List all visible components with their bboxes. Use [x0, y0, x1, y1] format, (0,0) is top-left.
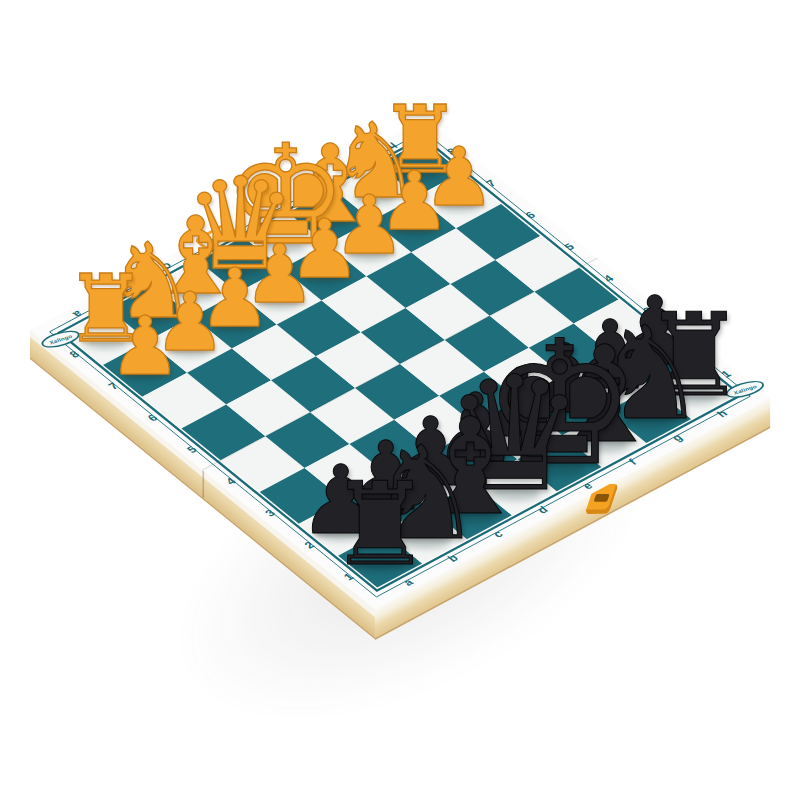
file-label-bottom-h: h [714, 408, 729, 419]
file-label-bottom-g: g [670, 432, 685, 443]
file-label-bottom-b: b [445, 553, 460, 564]
file-label-bottom-d: d [535, 505, 550, 516]
clasp-latch-slot [594, 494, 610, 502]
file-label-bottom-e: e [580, 481, 594, 491]
box-fold-seam [202, 470, 204, 498]
chess-set-photo: aa88bb77cc66dd55ee44ff33gg22hh11 Xalingo… [0, 0, 800, 800]
brand-logo-text: Xalingo [732, 384, 758, 395]
file-label-bottom-a: a [401, 577, 415, 587]
file-label-bottom-c: c [490, 529, 504, 539]
brand-logo-text: Xalingo [48, 333, 74, 344]
